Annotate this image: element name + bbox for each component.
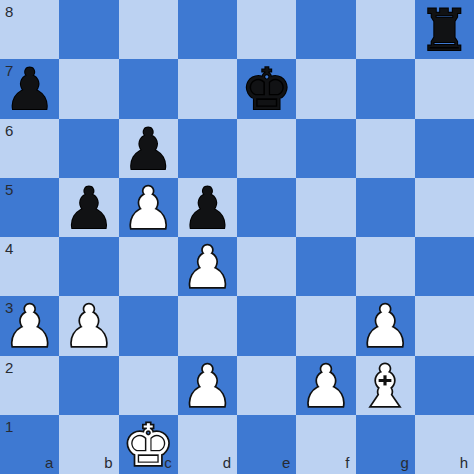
piece-black-pawn-a7[interactable]: ♟ bbox=[4, 61, 55, 118]
square-a5[interactable]: 5 bbox=[0, 178, 59, 237]
square-a2[interactable]: 2 bbox=[0, 356, 59, 415]
file-label-f: f bbox=[345, 455, 349, 470]
square-e4[interactable] bbox=[237, 237, 296, 296]
piece-black-rook-h8[interactable]: ♜ bbox=[419, 2, 470, 59]
piece-black-pawn-b5[interactable]: ♟ bbox=[63, 180, 114, 237]
file-label-a: a bbox=[45, 455, 53, 470]
square-f7[interactable] bbox=[296, 59, 355, 118]
square-g7[interactable] bbox=[356, 59, 415, 118]
square-c7[interactable] bbox=[119, 59, 178, 118]
square-a1[interactable]: 1a bbox=[0, 415, 59, 474]
file-label-b: b bbox=[104, 455, 112, 470]
square-h2[interactable] bbox=[415, 356, 474, 415]
square-d4[interactable]: ♟ bbox=[178, 237, 237, 296]
square-e5[interactable] bbox=[237, 178, 296, 237]
square-g1[interactable]: g bbox=[356, 415, 415, 474]
square-f2[interactable]: ♟ bbox=[296, 356, 355, 415]
square-g4[interactable] bbox=[356, 237, 415, 296]
square-g3[interactable]: ♟ bbox=[356, 296, 415, 355]
square-b6[interactable] bbox=[59, 119, 118, 178]
square-g8[interactable] bbox=[356, 0, 415, 59]
square-f3[interactable] bbox=[296, 296, 355, 355]
square-e6[interactable] bbox=[237, 119, 296, 178]
chess-board-container: 8♜7♟♚6♟5♟♟♟4♟3♟♟♟2♟♟♝1abc♚defgh bbox=[0, 0, 474, 474]
square-b8[interactable] bbox=[59, 0, 118, 59]
square-e8[interactable] bbox=[237, 0, 296, 59]
square-e2[interactable] bbox=[237, 356, 296, 415]
piece-white-pawn-a3[interactable]: ♟ bbox=[4, 298, 55, 355]
file-label-d: d bbox=[223, 455, 231, 470]
piece-white-pawn-d2[interactable]: ♟ bbox=[182, 358, 233, 415]
square-g5[interactable] bbox=[356, 178, 415, 237]
square-e3[interactable] bbox=[237, 296, 296, 355]
square-d7[interactable] bbox=[178, 59, 237, 118]
square-d8[interactable] bbox=[178, 0, 237, 59]
square-c1[interactable]: c♚ bbox=[119, 415, 178, 474]
rank-label-6: 6 bbox=[5, 123, 13, 138]
piece-white-king-c1[interactable]: ♚ bbox=[123, 417, 174, 474]
square-c5[interactable]: ♟ bbox=[119, 178, 178, 237]
piece-white-pawn-f2[interactable]: ♟ bbox=[300, 358, 351, 415]
square-c2[interactable] bbox=[119, 356, 178, 415]
square-a6[interactable]: 6 bbox=[0, 119, 59, 178]
square-h6[interactable] bbox=[415, 119, 474, 178]
square-b2[interactable] bbox=[59, 356, 118, 415]
square-a7[interactable]: 7♟ bbox=[0, 59, 59, 118]
square-f4[interactable] bbox=[296, 237, 355, 296]
square-g2[interactable]: ♝ bbox=[356, 356, 415, 415]
square-b5[interactable]: ♟ bbox=[59, 178, 118, 237]
square-h7[interactable] bbox=[415, 59, 474, 118]
rank-label-4: 4 bbox=[5, 241, 13, 256]
square-e1[interactable]: e bbox=[237, 415, 296, 474]
piece-white-pawn-b3[interactable]: ♟ bbox=[63, 298, 114, 355]
square-d5[interactable]: ♟ bbox=[178, 178, 237, 237]
square-c3[interactable] bbox=[119, 296, 178, 355]
square-a3[interactable]: 3♟ bbox=[0, 296, 59, 355]
rank-label-5: 5 bbox=[5, 182, 13, 197]
square-c4[interactable] bbox=[119, 237, 178, 296]
rank-label-2: 2 bbox=[5, 360, 13, 375]
file-label-e: e bbox=[282, 455, 290, 470]
rank-label-8: 8 bbox=[5, 4, 13, 19]
square-e7[interactable]: ♚ bbox=[237, 59, 296, 118]
piece-white-bishop-g2[interactable]: ♝ bbox=[360, 358, 411, 415]
square-d3[interactable] bbox=[178, 296, 237, 355]
square-b3[interactable]: ♟ bbox=[59, 296, 118, 355]
square-d2[interactable]: ♟ bbox=[178, 356, 237, 415]
piece-white-pawn-g3[interactable]: ♟ bbox=[360, 298, 411, 355]
file-label-g: g bbox=[400, 455, 408, 470]
square-c8[interactable] bbox=[119, 0, 178, 59]
square-d1[interactable]: d bbox=[178, 415, 237, 474]
piece-white-pawn-d4[interactable]: ♟ bbox=[182, 239, 233, 296]
square-a8[interactable]: 8 bbox=[0, 0, 59, 59]
square-f1[interactable]: f bbox=[296, 415, 355, 474]
piece-black-pawn-c6[interactable]: ♟ bbox=[123, 121, 174, 178]
square-f5[interactable] bbox=[296, 178, 355, 237]
piece-black-king-e7[interactable]: ♚ bbox=[241, 61, 292, 118]
square-b4[interactable] bbox=[59, 237, 118, 296]
square-f6[interactable] bbox=[296, 119, 355, 178]
square-h5[interactable] bbox=[415, 178, 474, 237]
square-f8[interactable] bbox=[296, 0, 355, 59]
rank-label-1: 1 bbox=[5, 419, 13, 434]
square-b7[interactable] bbox=[59, 59, 118, 118]
square-c6[interactable]: ♟ bbox=[119, 119, 178, 178]
square-d6[interactable] bbox=[178, 119, 237, 178]
square-h4[interactable] bbox=[415, 237, 474, 296]
file-label-h: h bbox=[460, 455, 468, 470]
square-g6[interactable] bbox=[356, 119, 415, 178]
piece-black-pawn-d5[interactable]: ♟ bbox=[182, 180, 233, 237]
square-b1[interactable]: b bbox=[59, 415, 118, 474]
piece-white-pawn-c5[interactable]: ♟ bbox=[123, 180, 174, 237]
square-a4[interactable]: 4 bbox=[0, 237, 59, 296]
square-h1[interactable]: h bbox=[415, 415, 474, 474]
chess-board: 8♜7♟♚6♟5♟♟♟4♟3♟♟♟2♟♟♝1abc♚defgh bbox=[0, 0, 474, 474]
square-h8[interactable]: ♜ bbox=[415, 0, 474, 59]
square-h3[interactable] bbox=[415, 296, 474, 355]
